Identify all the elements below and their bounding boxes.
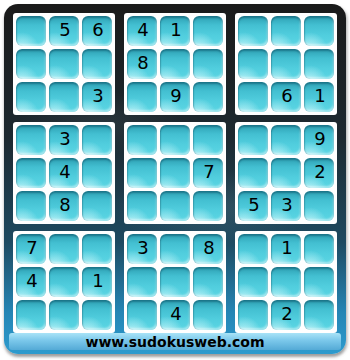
sudoku-board: 5634189613487925374138412 <box>13 13 337 333</box>
cell-r2c2[interactable] <box>49 49 79 79</box>
box-3-1: 741 <box>13 231 115 333</box>
cell-r6c4[interactable] <box>127 191 157 221</box>
cell-r2c5[interactable] <box>160 49 190 79</box>
cell-r7c5[interactable] <box>160 234 190 264</box>
box-1-1: 563 <box>13 13 115 115</box>
box-3-3: 12 <box>235 231 337 333</box>
cell-r7c3[interactable] <box>82 234 112 264</box>
cell-r3c7[interactable] <box>238 82 268 112</box>
cell-r8c5[interactable] <box>160 267 190 297</box>
cell-r3c2[interactable] <box>49 82 79 112</box>
cell-r3c8[interactable]: 6 <box>271 82 301 112</box>
cell-r1c1[interactable] <box>16 16 46 46</box>
cell-r6c5[interactable] <box>160 191 190 221</box>
cell-r2c9[interactable] <box>304 49 334 79</box>
cell-r4c7[interactable] <box>238 125 268 155</box>
cell-r8c9[interactable] <box>304 267 334 297</box>
box-2-1: 348 <box>13 122 115 224</box>
box-1-3: 61 <box>235 13 337 115</box>
box-2-3: 9253 <box>235 122 337 224</box>
cell-r6c6[interactable] <box>193 191 223 221</box>
cell-r9c9[interactable] <box>304 300 334 330</box>
cell-r1c3[interactable]: 6 <box>82 16 112 46</box>
cell-r1c5[interactable]: 1 <box>160 16 190 46</box>
cell-r2c1[interactable] <box>16 49 46 79</box>
cell-r8c2[interactable] <box>49 267 79 297</box>
cell-r7c8[interactable]: 1 <box>271 234 301 264</box>
cell-r1c7[interactable] <box>238 16 268 46</box>
cell-r6c8[interactable]: 3 <box>271 191 301 221</box>
cell-r6c9[interactable] <box>304 191 334 221</box>
cell-r3c4[interactable] <box>127 82 157 112</box>
cell-r6c1[interactable] <box>16 191 46 221</box>
cell-r6c7[interactable]: 5 <box>238 191 268 221</box>
cell-r7c4[interactable]: 3 <box>127 234 157 264</box>
site-url: www.sudokusweb.com <box>9 333 341 350</box>
cell-r4c8[interactable] <box>271 125 301 155</box>
cell-r3c5[interactable]: 9 <box>160 82 190 112</box>
cell-r7c6[interactable]: 8 <box>193 234 223 264</box>
box-1-2: 4189 <box>124 13 226 115</box>
cell-r2c6[interactable] <box>193 49 223 79</box>
cell-r9c6[interactable] <box>193 300 223 330</box>
cell-r2c7[interactable] <box>238 49 268 79</box>
cell-r5c1[interactable] <box>16 158 46 188</box>
cell-r3c6[interactable] <box>193 82 223 112</box>
cell-r1c8[interactable] <box>271 16 301 46</box>
cell-r8c7[interactable] <box>238 267 268 297</box>
cell-r1c9[interactable] <box>304 16 334 46</box>
cell-r9c7[interactable] <box>238 300 268 330</box>
box-2-2: 7 <box>124 122 226 224</box>
cell-r7c1[interactable]: 7 <box>16 234 46 264</box>
cell-r5c7[interactable] <box>238 158 268 188</box>
cell-r3c9[interactable]: 1 <box>304 82 334 112</box>
cell-r5c9[interactable]: 2 <box>304 158 334 188</box>
cell-r7c2[interactable] <box>49 234 79 264</box>
cell-r8c6[interactable] <box>193 267 223 297</box>
cell-r5c2[interactable]: 4 <box>49 158 79 188</box>
cell-r6c3[interactable] <box>82 191 112 221</box>
cell-r4c1[interactable] <box>16 125 46 155</box>
cell-r7c9[interactable] <box>304 234 334 264</box>
cell-r8c4[interactable] <box>127 267 157 297</box>
cell-r6c2[interactable]: 8 <box>49 191 79 221</box>
cell-r9c8[interactable]: 2 <box>271 300 301 330</box>
cell-r4c2[interactable]: 3 <box>49 125 79 155</box>
cell-r5c4[interactable] <box>127 158 157 188</box>
cell-r2c4[interactable]: 8 <box>127 49 157 79</box>
board-frame: 5634189613487925374138412 www.sudokusweb… <box>4 4 346 354</box>
cell-r5c8[interactable] <box>271 158 301 188</box>
cell-r7c7[interactable] <box>238 234 268 264</box>
cell-r4c5[interactable] <box>160 125 190 155</box>
cell-r1c6[interactable] <box>193 16 223 46</box>
cell-r4c9[interactable]: 9 <box>304 125 334 155</box>
cell-r9c4[interactable] <box>127 300 157 330</box>
cell-r5c6[interactable]: 7 <box>193 158 223 188</box>
cell-r2c3[interactable] <box>82 49 112 79</box>
cell-r8c1[interactable]: 4 <box>16 267 46 297</box>
cell-r4c6[interactable] <box>193 125 223 155</box>
cell-r9c2[interactable] <box>49 300 79 330</box>
cell-r5c5[interactable] <box>160 158 190 188</box>
cell-r8c3[interactable]: 1 <box>82 267 112 297</box>
cell-r9c1[interactable] <box>16 300 46 330</box>
cell-r5c3[interactable] <box>82 158 112 188</box>
cell-r4c4[interactable] <box>127 125 157 155</box>
cell-r9c5[interactable]: 4 <box>160 300 190 330</box>
cell-r9c3[interactable] <box>82 300 112 330</box>
cell-r1c4[interactable]: 4 <box>127 16 157 46</box>
cell-r3c1[interactable] <box>16 82 46 112</box>
box-3-2: 384 <box>124 231 226 333</box>
cell-r1c2[interactable]: 5 <box>49 16 79 46</box>
cell-r2c8[interactable] <box>271 49 301 79</box>
cell-r8c8[interactable] <box>271 267 301 297</box>
cell-r3c3[interactable]: 3 <box>82 82 112 112</box>
cell-r4c3[interactable] <box>82 125 112 155</box>
